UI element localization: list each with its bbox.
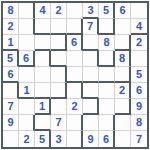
cell-r6c3-empty[interactable] xyxy=(35,83,51,99)
cell-r9c9-given: 7 xyxy=(131,131,147,147)
given-digit: 6 xyxy=(23,53,29,64)
cell-r5c3-empty[interactable] xyxy=(35,67,51,83)
cell-r3c4-empty[interactable] xyxy=(51,35,67,51)
cell-r7c2-empty[interactable] xyxy=(19,99,35,115)
cell-r2c3-empty[interactable] xyxy=(35,19,51,35)
given-digit: 4 xyxy=(39,5,45,16)
cell-r1c1-given: 8 xyxy=(3,3,19,19)
cell-r4c7-empty[interactable] xyxy=(99,51,115,67)
cell-r6c6-empty[interactable] xyxy=(83,83,99,99)
cell-r7c6-empty[interactable] xyxy=(83,99,99,115)
given-digit: 2 xyxy=(119,85,125,96)
cell-r9c8-empty[interactable] xyxy=(115,131,131,147)
cell-r9c4-given: 3 xyxy=(51,131,67,147)
cell-r8c4-given: 7 xyxy=(51,115,67,131)
cell-r7c8-empty[interactable] xyxy=(115,99,131,115)
cell-r6c9-given: 6 xyxy=(131,83,147,99)
cell-r4c6-empty[interactable] xyxy=(83,51,99,67)
cell-r4c2-given: 6 xyxy=(19,51,35,67)
cell-r2c8-empty[interactable] xyxy=(115,19,131,35)
cell-r6c8-given: 2 xyxy=(115,83,131,99)
given-digit: 1 xyxy=(7,37,13,48)
cell-r2c6-given: 7 xyxy=(83,19,99,35)
cell-r8c6-empty[interactable] xyxy=(83,115,99,131)
cell-r1c3-given: 4 xyxy=(35,3,51,19)
cell-r1c2-empty[interactable] xyxy=(19,3,35,19)
given-digit: 9 xyxy=(87,134,93,145)
given-digit: 9 xyxy=(7,117,13,128)
given-digit: 2 xyxy=(23,134,29,145)
cell-r6c4-empty[interactable] xyxy=(51,83,67,99)
cell-r5c9-given: 5 xyxy=(131,67,147,83)
given-digit: 8 xyxy=(136,117,142,128)
cell-r1c4-given: 2 xyxy=(51,3,67,19)
cell-r8c5-empty[interactable] xyxy=(67,115,83,131)
cell-r9c3-given: 5 xyxy=(35,131,51,147)
cell-r5c8-empty[interactable] xyxy=(115,67,131,83)
cell-r6c7-empty[interactable] xyxy=(99,83,115,99)
given-digit: 3 xyxy=(55,134,61,145)
cell-r7c9-given: 9 xyxy=(131,99,147,115)
given-digit: 4 xyxy=(136,21,142,32)
cell-r5c1-given: 6 xyxy=(3,67,19,83)
cell-r3c1-given: 1 xyxy=(3,35,19,51)
given-digit: 8 xyxy=(103,37,109,48)
cell-r9c6-given: 9 xyxy=(83,131,99,147)
cell-r2c1-given: 2 xyxy=(3,19,19,35)
cell-r4c4-empty[interactable] xyxy=(51,51,67,67)
cell-r3c5-given: 6 xyxy=(67,35,83,51)
cell-r8c1-given: 9 xyxy=(3,115,19,131)
given-digit: 3 xyxy=(87,5,93,16)
cell-r6c5-empty[interactable] xyxy=(67,83,83,99)
sudoku-board: 8423562741682568651267129978253967 xyxy=(1,1,149,149)
cell-r6c1-empty[interactable] xyxy=(3,83,19,99)
cell-r1c7-given: 5 xyxy=(99,3,115,19)
given-digit: 1 xyxy=(39,101,45,112)
given-digit: 8 xyxy=(7,5,13,16)
cell-r7c4-empty[interactable] xyxy=(51,99,67,115)
cell-r3c2-empty[interactable] xyxy=(19,35,35,51)
given-digit: 2 xyxy=(71,101,77,112)
given-digit: 7 xyxy=(55,117,61,128)
cell-r4c5-empty[interactable] xyxy=(67,51,83,67)
cell-r5c4-empty[interactable] xyxy=(51,67,67,83)
cell-r5c2-empty[interactable] xyxy=(19,67,35,83)
given-digit: 8 xyxy=(119,53,125,64)
cell-r9c7-given: 6 xyxy=(99,131,115,147)
given-digit: 6 xyxy=(71,37,77,48)
cell-r1c5-empty[interactable] xyxy=(67,3,83,19)
cell-r6c2-given: 1 xyxy=(19,83,35,99)
cell-r7c5-given: 2 xyxy=(67,99,83,115)
cell-r3c7-given: 8 xyxy=(99,35,115,51)
cell-r1c9-empty[interactable] xyxy=(131,3,147,19)
cell-r8c9-given: 8 xyxy=(131,115,147,131)
given-digit: 7 xyxy=(136,134,142,145)
cell-r5c5-empty[interactable] xyxy=(67,67,83,83)
given-digit: 9 xyxy=(136,101,142,112)
given-digit: 6 xyxy=(119,5,125,16)
given-digit: 6 xyxy=(136,85,142,96)
cell-r5c7-empty[interactable] xyxy=(99,67,115,83)
cell-r1c8-given: 6 xyxy=(115,3,131,19)
given-digit: 6 xyxy=(7,69,13,80)
cell-r4c1-given: 5 xyxy=(3,51,19,67)
given-digit: 7 xyxy=(7,101,13,112)
cell-r8c8-empty[interactable] xyxy=(115,115,131,131)
cell-r3c3-empty[interactable] xyxy=(35,35,51,51)
cell-r7c3-given: 1 xyxy=(35,99,51,115)
cell-r9c1-empty[interactable] xyxy=(3,131,19,147)
cell-r4c9-empty[interactable] xyxy=(131,51,147,67)
cell-r8c3-empty[interactable] xyxy=(35,115,51,131)
cell-r9c5-empty[interactable] xyxy=(67,131,83,147)
cell-r4c3-empty[interactable] xyxy=(35,51,51,67)
cell-r2c2-empty[interactable] xyxy=(19,19,35,35)
cell-r7c7-empty[interactable] xyxy=(99,99,115,115)
given-digit: 2 xyxy=(136,37,142,48)
cell-r3c6-empty[interactable] xyxy=(83,35,99,51)
cell-r5c6-empty[interactable] xyxy=(83,67,99,83)
cell-r3c9-given: 2 xyxy=(131,35,147,51)
given-digit: 2 xyxy=(55,5,61,16)
cell-r2c4-empty[interactable] xyxy=(51,19,67,35)
cell-r2c5-empty[interactable] xyxy=(67,19,83,35)
cell-r9c2-given: 2 xyxy=(19,131,35,147)
cell-r2c9-given: 4 xyxy=(131,19,147,35)
cell-r8c2-empty[interactable] xyxy=(19,115,35,131)
cell-r4c8-given: 8 xyxy=(115,51,131,67)
cell-r7c1-given: 7 xyxy=(3,99,19,115)
given-digit: 2 xyxy=(7,21,13,32)
given-digit: 6 xyxy=(103,134,109,145)
given-digit: 1 xyxy=(23,85,29,96)
cell-r8c7-empty[interactable] xyxy=(99,115,115,131)
given-digit: 7 xyxy=(87,21,93,32)
given-digit: 5 xyxy=(39,134,45,145)
given-digit: 5 xyxy=(7,53,13,64)
given-digit: 5 xyxy=(103,5,109,16)
cell-r1c6-given: 3 xyxy=(83,3,99,19)
cell-r2c7-empty[interactable] xyxy=(99,19,115,35)
cell-r3c8-empty[interactable] xyxy=(115,35,131,51)
given-digit: 5 xyxy=(136,69,142,80)
